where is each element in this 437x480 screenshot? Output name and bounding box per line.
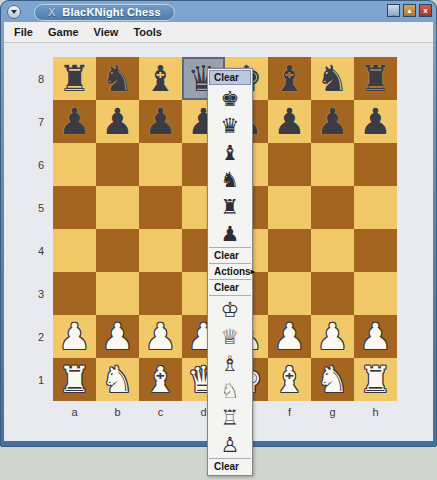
menu-item-white-knight[interactable]: ♘ bbox=[209, 377, 251, 404]
black-bishop: ♝ bbox=[273, 61, 305, 97]
square-b8[interactable]: ♞ bbox=[96, 57, 139, 100]
square-f4[interactable] bbox=[268, 229, 311, 272]
square-f7[interactable]: ♟ bbox=[268, 100, 311, 143]
black-pawn: ♟ bbox=[359, 104, 391, 140]
file-label-h: h bbox=[354, 403, 397, 420]
menu-item-actions[interactable]: Actions▸ bbox=[209, 264, 251, 279]
menu-item-label: Clear bbox=[214, 461, 239, 472]
square-a8[interactable]: ♜ bbox=[53, 57, 96, 100]
square-b3[interactable] bbox=[96, 272, 139, 315]
menu-item-clear[interactable]: Clear bbox=[209, 248, 251, 263]
black-knight: ♞ bbox=[316, 61, 348, 97]
chevron-down-icon bbox=[11, 10, 17, 14]
square-c3[interactable] bbox=[139, 272, 182, 315]
white-pawn: ♟ bbox=[58, 319, 90, 355]
black-queen-icon: ♛ bbox=[221, 115, 240, 136]
file-label-b: b bbox=[96, 403, 139, 420]
maximize-icon: ▲ bbox=[406, 7, 413, 14]
white-knight: ♞ bbox=[316, 362, 348, 398]
square-c5[interactable] bbox=[139, 186, 182, 229]
piece-context-menu: Clear♚♛♝♞♜♟ClearActions▸Clear♔♕♗♘♖♙Clear bbox=[207, 68, 253, 476]
square-h8[interactable]: ♜ bbox=[354, 57, 397, 100]
menu-item-white-pawn[interactable]: ♙ bbox=[209, 431, 251, 458]
menu-item-label: Clear bbox=[214, 72, 239, 83]
square-g3[interactable] bbox=[311, 272, 354, 315]
menu-game[interactable]: Game bbox=[41, 24, 87, 40]
menu-item-label: Actions bbox=[214, 266, 251, 277]
square-h4[interactable] bbox=[354, 229, 397, 272]
menu-item-white-bishop[interactable]: ♗ bbox=[209, 350, 251, 377]
square-g1[interactable]: ♞ bbox=[311, 358, 354, 401]
square-h1[interactable]: ♜ bbox=[354, 358, 397, 401]
square-c7[interactable]: ♟ bbox=[139, 100, 182, 143]
menu-item-black-queen[interactable]: ♛ bbox=[209, 112, 251, 139]
square-f3[interactable] bbox=[268, 272, 311, 315]
square-g4[interactable] bbox=[311, 229, 354, 272]
square-b2[interactable]: ♟ bbox=[96, 315, 139, 358]
white-rook-icon: ♖ bbox=[221, 407, 240, 428]
black-pawn: ♟ bbox=[316, 104, 348, 140]
black-rook: ♜ bbox=[359, 61, 391, 97]
menu-item-black-bishop[interactable]: ♝ bbox=[209, 139, 251, 166]
square-a4[interactable] bbox=[53, 229, 96, 272]
black-pawn: ♟ bbox=[144, 104, 176, 140]
square-f2[interactable]: ♟ bbox=[268, 315, 311, 358]
menu-tools[interactable]: Tools bbox=[126, 24, 170, 40]
white-bishop-icon: ♗ bbox=[221, 353, 240, 374]
white-king-icon: ♔ bbox=[221, 299, 240, 320]
square-g8[interactable]: ♞ bbox=[311, 57, 354, 100]
title-bar: X BlacKNight Chess _ ▲ x bbox=[4, 2, 433, 22]
black-pawn-icon: ♟ bbox=[221, 223, 240, 244]
black-pawn: ♟ bbox=[273, 104, 305, 140]
square-c8[interactable]: ♝ bbox=[139, 57, 182, 100]
maximize-button[interactable]: ▲ bbox=[403, 4, 416, 17]
square-b6[interactable] bbox=[96, 143, 139, 186]
square-h5[interactable] bbox=[354, 186, 397, 229]
rank-label-6: 6 bbox=[32, 143, 50, 186]
menu-bar: FileGameViewTools bbox=[4, 22, 433, 43]
menu-item-clear[interactable]: Clear bbox=[209, 459, 251, 474]
rank-label-4: 4 bbox=[32, 229, 50, 272]
square-g5[interactable] bbox=[311, 186, 354, 229]
square-g6[interactable] bbox=[311, 143, 354, 186]
menu-file[interactable]: File bbox=[7, 24, 41, 40]
black-knight-icon: ♞ bbox=[221, 169, 240, 190]
white-rook: ♜ bbox=[359, 362, 391, 398]
white-knight: ♞ bbox=[101, 362, 133, 398]
square-a3[interactable] bbox=[53, 272, 96, 315]
white-pawn: ♟ bbox=[101, 319, 133, 355]
title-tab: X BlacKNight Chess bbox=[34, 4, 175, 21]
white-pawn-icon: ♙ bbox=[221, 434, 240, 455]
rank-label-3: 3 bbox=[32, 272, 50, 315]
white-pawn: ♟ bbox=[273, 319, 305, 355]
white-rook: ♜ bbox=[58, 362, 90, 398]
file-label-f: f bbox=[268, 403, 311, 420]
white-queen-icon: ♕ bbox=[221, 326, 240, 347]
x-logo-icon: X bbox=[48, 6, 55, 18]
white-bishop: ♝ bbox=[144, 362, 176, 398]
square-h3[interactable] bbox=[354, 272, 397, 315]
white-bishop: ♝ bbox=[273, 362, 305, 398]
rank-label-8: 8 bbox=[32, 57, 50, 100]
black-king-icon: ♚ bbox=[221, 88, 240, 109]
menu-item-black-knight[interactable]: ♞ bbox=[209, 166, 251, 193]
close-button[interactable]: x bbox=[419, 4, 432, 17]
black-pawn: ♟ bbox=[58, 104, 90, 140]
square-b1[interactable]: ♞ bbox=[96, 358, 139, 401]
close-icon: x bbox=[423, 7, 427, 15]
square-h6[interactable] bbox=[354, 143, 397, 186]
square-a6[interactable] bbox=[53, 143, 96, 186]
square-f5[interactable] bbox=[268, 186, 311, 229]
square-a1[interactable]: ♜ bbox=[53, 358, 96, 401]
square-g7[interactable]: ♟ bbox=[311, 100, 354, 143]
square-g2[interactable]: ♟ bbox=[311, 315, 354, 358]
square-h7[interactable]: ♟ bbox=[354, 100, 397, 143]
rank-label-5: 5 bbox=[32, 186, 50, 229]
rank-label-1: 1 bbox=[32, 358, 50, 401]
screen: X BlacKNight Chess _ ▲ x FileGameViewToo… bbox=[0, 0, 437, 480]
black-rook: ♜ bbox=[58, 61, 90, 97]
square-a7[interactable]: ♟ bbox=[53, 100, 96, 143]
white-pawn: ♟ bbox=[359, 319, 391, 355]
window-title: BlacKNight Chess bbox=[62, 6, 161, 18]
square-f8[interactable]: ♝ bbox=[268, 57, 311, 100]
menu-item-black-pawn[interactable]: ♟ bbox=[209, 220, 251, 247]
window-buttons: _ ▲ x bbox=[387, 4, 432, 17]
menu-item-clear[interactable]: Clear bbox=[209, 280, 251, 295]
white-pawn: ♟ bbox=[144, 319, 176, 355]
minimize-button[interactable]: _ bbox=[387, 4, 400, 17]
square-f1[interactable]: ♝ bbox=[268, 358, 311, 401]
menu-item-white-king[interactable]: ♔ bbox=[209, 296, 251, 323]
square-b4[interactable] bbox=[96, 229, 139, 272]
file-label-g: g bbox=[311, 403, 354, 420]
square-c4[interactable] bbox=[139, 229, 182, 272]
square-b7[interactable]: ♟ bbox=[96, 100, 139, 143]
black-knight: ♞ bbox=[101, 61, 133, 97]
square-h2[interactable]: ♟ bbox=[354, 315, 397, 358]
menu-item-white-rook[interactable]: ♖ bbox=[209, 404, 251, 431]
menu-item-clear[interactable]: Clear bbox=[209, 70, 251, 85]
file-label-a: a bbox=[53, 403, 96, 420]
menu-item-label: Clear bbox=[214, 250, 239, 261]
file-label-c: c bbox=[139, 403, 182, 420]
window-menu-button[interactable] bbox=[7, 5, 21, 19]
minimize-icon: _ bbox=[391, 9, 395, 17]
square-c6[interactable] bbox=[139, 143, 182, 186]
square-c1[interactable]: ♝ bbox=[139, 358, 182, 401]
rank-labels: 87654321 bbox=[32, 57, 50, 401]
menu-item-label: Clear bbox=[214, 282, 239, 293]
menu-view[interactable]: View bbox=[87, 24, 127, 40]
square-f6[interactable] bbox=[268, 143, 311, 186]
black-pawn: ♟ bbox=[101, 104, 133, 140]
menu-item-white-queen[interactable]: ♕ bbox=[209, 323, 251, 350]
rank-label-2: 2 bbox=[32, 315, 50, 358]
menu-item-black-king[interactable]: ♚ bbox=[209, 85, 251, 112]
square-a5[interactable] bbox=[53, 186, 96, 229]
square-c2[interactable]: ♟ bbox=[139, 315, 182, 358]
black-bishop-icon: ♝ bbox=[221, 142, 240, 163]
rank-label-7: 7 bbox=[32, 100, 50, 143]
square-b5[interactable] bbox=[96, 186, 139, 229]
square-a2[interactable]: ♟ bbox=[53, 315, 96, 358]
submenu-arrow-icon: ▸ bbox=[251, 267, 255, 276]
menu-item-black-rook[interactable]: ♜ bbox=[209, 193, 251, 220]
white-knight-icon: ♘ bbox=[221, 380, 240, 401]
white-pawn: ♟ bbox=[316, 319, 348, 355]
black-bishop: ♝ bbox=[144, 61, 176, 97]
black-rook-icon: ♜ bbox=[221, 196, 240, 217]
